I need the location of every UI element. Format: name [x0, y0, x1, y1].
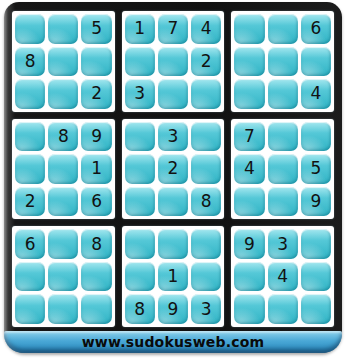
cell-r1c1[interactable]	[15, 14, 45, 44]
sudoku-screenshot: 5821742364891263287459681893934 www.sudo…	[0, 0, 350, 360]
cell-r4c9[interactable]	[301, 122, 331, 152]
block-1: 582	[12, 11, 115, 112]
cell-r4c4[interactable]	[125, 122, 155, 152]
cell-r9c1[interactable]	[15, 294, 45, 324]
cell-r3c3[interactable]: 2	[81, 79, 111, 109]
cell-r6c7[interactable]	[234, 187, 264, 217]
cell-r3c9[interactable]: 4	[301, 79, 331, 109]
cell-r9c6[interactable]: 3	[191, 294, 221, 324]
cell-r9c3[interactable]	[81, 294, 111, 324]
cell-r8c7[interactable]	[234, 262, 264, 292]
cell-r1c7[interactable]	[234, 14, 264, 44]
cell-r2c5[interactable]	[158, 47, 188, 77]
cell-r4c8[interactable]	[268, 122, 298, 152]
cell-r5c1[interactable]	[15, 154, 45, 184]
cell-r6c2[interactable]	[48, 187, 78, 217]
cell-r6c6[interactable]: 8	[191, 187, 221, 217]
cell-r1c2[interactable]	[48, 14, 78, 44]
sudoku-board-frame: 5821742364891263287459681893934 www.sudo…	[4, 2, 342, 353]
cell-r1c5[interactable]: 7	[158, 14, 188, 44]
website-link[interactable]: www.sudokusweb.com	[82, 334, 265, 350]
cell-r3c6[interactable]	[191, 79, 221, 109]
block-7: 68	[12, 226, 115, 327]
cell-r7c6[interactable]	[191, 229, 221, 259]
cell-r7c4[interactable]	[125, 229, 155, 259]
cell-r7c9[interactable]	[301, 229, 331, 259]
cell-r4c3[interactable]: 9	[81, 122, 111, 152]
cell-r1c6[interactable]: 4	[191, 14, 221, 44]
cell-r5c8[interactable]	[268, 154, 298, 184]
cell-r8c5[interactable]: 1	[158, 262, 188, 292]
block-6: 7459	[231, 119, 334, 220]
sudoku-grid: 5821742364891263287459681893934	[12, 11, 334, 327]
cell-r6c1[interactable]: 2	[15, 187, 45, 217]
block-5: 328	[122, 119, 225, 220]
footer-band: www.sudokusweb.com	[4, 331, 342, 353]
cell-r3c1[interactable]	[15, 79, 45, 109]
cell-r8c2[interactable]	[48, 262, 78, 292]
cell-r7c5[interactable]	[158, 229, 188, 259]
block-9: 934	[231, 226, 334, 327]
cell-r8c9[interactable]	[301, 262, 331, 292]
cell-r9c9[interactable]	[301, 294, 331, 324]
cell-r2c6[interactable]: 2	[191, 47, 221, 77]
cell-r7c3[interactable]: 8	[81, 229, 111, 259]
cell-r9c8[interactable]	[268, 294, 298, 324]
cell-r5c2[interactable]	[48, 154, 78, 184]
cell-r2c2[interactable]	[48, 47, 78, 77]
cell-r5c4[interactable]	[125, 154, 155, 184]
cell-r9c2[interactable]	[48, 294, 78, 324]
block-2: 17423	[122, 11, 225, 112]
cell-r3c2[interactable]	[48, 79, 78, 109]
cell-r8c6[interactable]	[191, 262, 221, 292]
cell-r6c3[interactable]: 6	[81, 187, 111, 217]
cell-r1c8[interactable]	[268, 14, 298, 44]
cell-r1c3[interactable]: 5	[81, 14, 111, 44]
cell-r6c8[interactable]	[268, 187, 298, 217]
cell-r4c7[interactable]: 7	[234, 122, 264, 152]
cell-r2c7[interactable]	[234, 47, 264, 77]
cell-r8c3[interactable]	[81, 262, 111, 292]
cell-r1c9[interactable]: 6	[301, 14, 331, 44]
cell-r6c4[interactable]	[125, 187, 155, 217]
cell-r7c1[interactable]: 6	[15, 229, 45, 259]
cell-r5c7[interactable]: 4	[234, 154, 264, 184]
cell-r3c8[interactable]	[268, 79, 298, 109]
cell-r2c1[interactable]: 8	[15, 47, 45, 77]
cell-r3c7[interactable]	[234, 79, 264, 109]
cell-r5c5[interactable]: 2	[158, 154, 188, 184]
cell-r2c3[interactable]	[81, 47, 111, 77]
cell-r3c4[interactable]: 3	[125, 79, 155, 109]
cell-r4c6[interactable]	[191, 122, 221, 152]
cell-r2c9[interactable]	[301, 47, 331, 77]
cell-r9c5[interactable]: 9	[158, 294, 188, 324]
cell-r7c2[interactable]	[48, 229, 78, 259]
cell-r6c5[interactable]	[158, 187, 188, 217]
cell-r4c2[interactable]: 8	[48, 122, 78, 152]
cell-r8c4[interactable]	[125, 262, 155, 292]
cell-r3c5[interactable]	[158, 79, 188, 109]
cell-r2c8[interactable]	[268, 47, 298, 77]
cell-r4c1[interactable]	[15, 122, 45, 152]
cell-r5c6[interactable]	[191, 154, 221, 184]
cell-r1c4[interactable]: 1	[125, 14, 155, 44]
block-8: 1893	[122, 226, 225, 327]
cell-r9c7[interactable]	[234, 294, 264, 324]
cell-r8c8[interactable]: 4	[268, 262, 298, 292]
block-4: 89126	[12, 119, 115, 220]
cell-r6c9[interactable]: 9	[301, 187, 331, 217]
cell-r5c3[interactable]: 1	[81, 154, 111, 184]
cell-r4c5[interactable]: 3	[158, 122, 188, 152]
cell-r8c1[interactable]	[15, 262, 45, 292]
block-3: 64	[231, 11, 334, 112]
cell-r5c9[interactable]: 5	[301, 154, 331, 184]
cell-r7c7[interactable]: 9	[234, 229, 264, 259]
cell-r2c4[interactable]	[125, 47, 155, 77]
cell-r7c8[interactable]: 3	[268, 229, 298, 259]
cell-r9c4[interactable]: 8	[125, 294, 155, 324]
